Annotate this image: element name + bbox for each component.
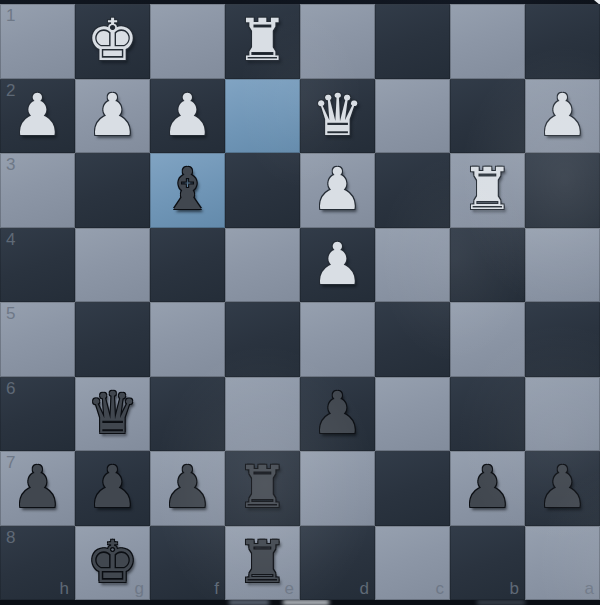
rank-label-8: 8 — [6, 529, 15, 546]
square-e4[interactable] — [225, 228, 300, 303]
white-pawn[interactable]: ♟ — [87, 86, 139, 144]
square-h1[interactable]: 1 — [0, 4, 75, 79]
chess-app-screen: 1♚♜♟2♟♟♛♟3♝♟♜4♟56♛♟♟7♟♟♜♟♟8h♚gf♜edcba — [0, 0, 600, 605]
square-h3[interactable]: 3 — [0, 153, 75, 228]
square-e3[interactable] — [225, 153, 300, 228]
file-label-h: h — [60, 580, 69, 597]
white-king[interactable]: ♚ — [87, 11, 139, 69]
square-d5[interactable] — [300, 302, 375, 377]
bottom-blur-blob — [283, 600, 329, 605]
square-e7[interactable]: ♜ — [225, 451, 300, 526]
square-b7[interactable]: ♟ — [450, 451, 525, 526]
square-a7[interactable]: ♟ — [525, 451, 600, 526]
square-h7[interactable]: ♟7 — [0, 451, 75, 526]
square-b5[interactable] — [450, 302, 525, 377]
rank-label-5: 5 — [6, 305, 15, 322]
black-pawn[interactable]: ♟ — [12, 458, 64, 516]
square-d1[interactable] — [300, 4, 375, 79]
square-c5[interactable] — [375, 302, 450, 377]
black-bishop[interactable]: ♝ — [162, 160, 214, 218]
square-d3[interactable]: ♟ — [300, 153, 375, 228]
square-g2[interactable]: ♟ — [75, 79, 150, 154]
square-b1[interactable] — [450, 4, 525, 79]
square-g4[interactable] — [75, 228, 150, 303]
square-e8[interactable]: ♜e — [225, 526, 300, 601]
file-label-b: b — [510, 580, 519, 597]
rank-label-1: 1 — [6, 7, 15, 24]
square-f8[interactable]: f — [150, 526, 225, 601]
bottom-blur-blob — [477, 600, 525, 605]
bottom-blur-blob — [229, 600, 269, 605]
square-e2[interactable] — [225, 79, 300, 154]
black-pawn[interactable]: ♟ — [462, 458, 514, 516]
file-label-f: f — [214, 580, 219, 597]
white-pawn[interactable]: ♟ — [12, 86, 64, 144]
square-b2[interactable] — [450, 79, 525, 154]
black-pawn[interactable]: ♟ — [87, 458, 139, 516]
file-label-c: c — [436, 580, 445, 597]
square-e6[interactable] — [225, 377, 300, 452]
square-a3[interactable] — [525, 153, 600, 228]
square-h2[interactable]: ♟2 — [0, 79, 75, 154]
white-pawn[interactable]: ♟ — [162, 86, 214, 144]
square-b8[interactable]: b — [450, 526, 525, 601]
square-h6[interactable]: 6 — [0, 377, 75, 452]
black-king[interactable]: ♚ — [87, 533, 139, 591]
black-rook[interactable]: ♜ — [237, 533, 289, 591]
square-d2[interactable]: ♛ — [300, 79, 375, 154]
black-rook[interactable]: ♜ — [237, 458, 289, 516]
chess-board[interactable]: 1♚♜♟2♟♟♛♟3♝♟♜4♟56♛♟♟7♟♟♜♟♟8h♚gf♜edcba — [0, 4, 600, 600]
square-f1[interactable] — [150, 4, 225, 79]
white-rook[interactable]: ♜ — [462, 160, 514, 218]
square-g5[interactable] — [75, 302, 150, 377]
black-queen[interactable]: ♛ — [87, 384, 139, 442]
square-c8[interactable]: c — [375, 526, 450, 601]
square-c7[interactable] — [375, 451, 450, 526]
white-pawn[interactable]: ♟ — [312, 160, 364, 218]
square-f5[interactable] — [150, 302, 225, 377]
file-label-d: d — [360, 580, 369, 597]
square-a2[interactable]: ♟ — [525, 79, 600, 154]
square-f4[interactable] — [150, 228, 225, 303]
square-a5[interactable] — [525, 302, 600, 377]
square-e1[interactable]: ♜ — [225, 4, 300, 79]
white-queen[interactable]: ♛ — [312, 86, 364, 144]
square-c3[interactable] — [375, 153, 450, 228]
square-a6[interactable] — [525, 377, 600, 452]
square-g8[interactable]: ♚g — [75, 526, 150, 601]
square-g6[interactable]: ♛ — [75, 377, 150, 452]
white-pawn[interactable]: ♟ — [312, 235, 364, 293]
file-label-a: a — [585, 580, 594, 597]
square-d6[interactable]: ♟ — [300, 377, 375, 452]
square-c1[interactable] — [375, 4, 450, 79]
square-c4[interactable] — [375, 228, 450, 303]
square-h4[interactable]: 4 — [0, 228, 75, 303]
square-b4[interactable] — [450, 228, 525, 303]
square-h5[interactable]: 5 — [0, 302, 75, 377]
square-d8[interactable]: d — [300, 526, 375, 601]
square-c6[interactable] — [375, 377, 450, 452]
square-c2[interactable] — [375, 79, 450, 154]
square-g1[interactable]: ♚ — [75, 4, 150, 79]
square-f6[interactable] — [150, 377, 225, 452]
white-rook[interactable]: ♜ — [237, 11, 289, 69]
square-d4[interactable]: ♟ — [300, 228, 375, 303]
black-pawn[interactable]: ♟ — [537, 458, 589, 516]
black-pawn[interactable]: ♟ — [162, 458, 214, 516]
square-a1[interactable] — [525, 4, 600, 79]
square-h8[interactable]: 8h — [0, 526, 75, 601]
black-pawn[interactable]: ♟ — [312, 384, 364, 442]
rank-label-3: 3 — [6, 156, 15, 173]
square-g7[interactable]: ♟ — [75, 451, 150, 526]
square-a4[interactable] — [525, 228, 600, 303]
white-pawn[interactable]: ♟ — [537, 86, 589, 144]
square-d7[interactable] — [300, 451, 375, 526]
bottom-edge-strip — [0, 600, 600, 605]
square-g3[interactable] — [75, 153, 150, 228]
square-e5[interactable] — [225, 302, 300, 377]
square-b3[interactable]: ♜ — [450, 153, 525, 228]
square-a8[interactable]: a — [525, 526, 600, 601]
rank-label-6: 6 — [6, 380, 15, 397]
square-f7[interactable]: ♟ — [150, 451, 225, 526]
rank-label-4: 4 — [6, 231, 15, 248]
square-b6[interactable] — [450, 377, 525, 452]
square-f3[interactable]: ♝ — [150, 153, 225, 228]
square-f2[interactable]: ♟ — [150, 79, 225, 154]
